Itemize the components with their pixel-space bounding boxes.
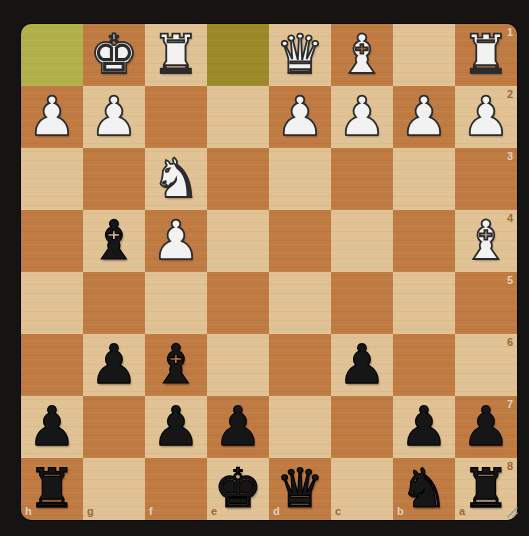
square-b1[interactable] [393,24,455,86]
square-b5[interactable] [393,272,455,334]
black-pawn[interactable]: ♟ [152,396,200,458]
square-a4[interactable]: ♝4 [455,210,517,272]
square-b4[interactable] [393,210,455,272]
black-pawn[interactable]: ♟ [400,396,448,458]
black-pawn[interactable]: ♟ [28,396,76,458]
square-e7[interactable]: ♟ [207,396,269,458]
square-f6[interactable]: ♝ [145,334,207,396]
square-b3[interactable] [393,148,455,210]
black-rook[interactable]: ♜ [462,458,510,520]
square-a1[interactable]: ♜1 [455,24,517,86]
white-pawn[interactable]: ♟ [90,86,138,148]
square-c4[interactable] [331,210,393,272]
square-d8[interactable]: ♛d [269,458,331,520]
square-c1[interactable]: ♝ [331,24,393,86]
white-bishop[interactable]: ♝ [338,24,386,86]
white-queen[interactable]: ♛ [276,24,324,86]
square-a3[interactable]: 3 [455,148,517,210]
white-rook[interactable]: ♜ [462,24,510,86]
square-e6[interactable] [207,334,269,396]
square-f4[interactable]: ♟ [145,210,207,272]
square-b6[interactable] [393,334,455,396]
square-b8[interactable]: ♞b [393,458,455,520]
chess-board: ♚♜♛♝♜1♟♟♟♟♟♟2♞3♝♟♝45♟♝♟6♟♟♟♟♟7♜hgf♚e♛dc♞… [21,24,517,520]
board-resize-handle[interactable] [505,505,519,519]
white-bishop[interactable]: ♝ [462,210,510,272]
rank-label-6: 6 [507,337,513,348]
square-f7[interactable]: ♟ [145,396,207,458]
square-e1[interactable] [207,24,269,86]
square-g5[interactable] [83,272,145,334]
white-knight[interactable]: ♞ [152,148,200,210]
square-a6[interactable]: 6 [455,334,517,396]
black-rook[interactable]: ♜ [28,458,76,520]
square-f2[interactable] [145,86,207,148]
rank-label-3: 3 [507,151,513,162]
square-e4[interactable] [207,210,269,272]
square-d7[interactable] [269,396,331,458]
square-f8[interactable]: f [145,458,207,520]
square-b7[interactable]: ♟ [393,396,455,458]
page-background: { "game": "chess", "position": { "fen": … [0,0,529,536]
square-d4[interactable] [269,210,331,272]
black-queen[interactable]: ♛ [276,458,324,520]
black-king[interactable]: ♚ [214,458,262,520]
square-g6[interactable]: ♟ [83,334,145,396]
white-pawn[interactable]: ♟ [462,86,510,148]
square-h3[interactable] [21,148,83,210]
square-g3[interactable] [83,148,145,210]
square-d3[interactable] [269,148,331,210]
square-b2[interactable]: ♟ [393,86,455,148]
square-g1[interactable]: ♚ [83,24,145,86]
black-pawn[interactable]: ♟ [462,396,510,458]
square-g7[interactable] [83,396,145,458]
square-a5[interactable]: 5 [455,272,517,334]
square-c5[interactable] [331,272,393,334]
rank-label-5: 5 [507,275,513,286]
square-c3[interactable] [331,148,393,210]
square-h1[interactable] [21,24,83,86]
file-label-f: f [149,506,153,517]
white-pawn[interactable]: ♟ [276,86,324,148]
white-pawn[interactable]: ♟ [400,86,448,148]
file-label-c: c [335,506,341,517]
white-pawn[interactable]: ♟ [28,86,76,148]
square-d6[interactable] [269,334,331,396]
black-pawn[interactable]: ♟ [90,334,138,396]
square-h2[interactable]: ♟ [21,86,83,148]
white-king[interactable]: ♚ [90,24,138,86]
square-e3[interactable] [207,148,269,210]
square-a7[interactable]: ♟7 [455,396,517,458]
black-pawn[interactable]: ♟ [338,334,386,396]
square-e5[interactable] [207,272,269,334]
square-a2[interactable]: ♟2 [455,86,517,148]
square-g4[interactable]: ♝ [83,210,145,272]
file-label-g: g [87,506,94,517]
square-h7[interactable]: ♟ [21,396,83,458]
square-d1[interactable]: ♛ [269,24,331,86]
black-knight[interactable]: ♞ [400,458,448,520]
square-c7[interactable] [331,396,393,458]
square-e2[interactable] [207,86,269,148]
square-f3[interactable]: ♞ [145,148,207,210]
white-pawn[interactable]: ♟ [338,86,386,148]
square-h8[interactable]: ♜h [21,458,83,520]
square-g2[interactable]: ♟ [83,86,145,148]
square-c6[interactable]: ♟ [331,334,393,396]
square-f1[interactable]: ♜ [145,24,207,86]
square-d2[interactable]: ♟ [269,86,331,148]
square-h4[interactable] [21,210,83,272]
white-rook[interactable]: ♜ [152,24,200,86]
square-e8[interactable]: ♚e [207,458,269,520]
black-bishop[interactable]: ♝ [152,334,200,396]
square-f5[interactable] [145,272,207,334]
square-g8[interactable]: g [83,458,145,520]
black-bishop[interactable]: ♝ [90,210,138,272]
square-c8[interactable]: c [331,458,393,520]
square-d5[interactable] [269,272,331,334]
square-h6[interactable] [21,334,83,396]
black-pawn[interactable]: ♟ [214,396,262,458]
square-c2[interactable]: ♟ [331,86,393,148]
white-pawn[interactable]: ♟ [152,210,200,272]
square-h5[interactable] [21,272,83,334]
